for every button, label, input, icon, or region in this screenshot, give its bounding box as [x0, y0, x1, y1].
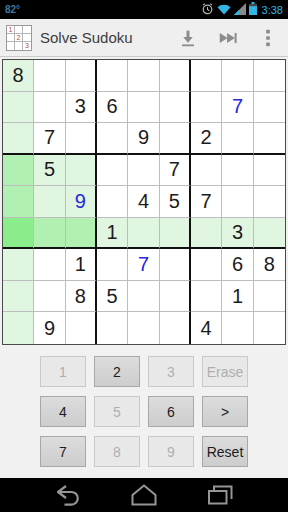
app-logo-icon: 1 2 3	[6, 25, 32, 51]
cell-r2c3[interactable]: 3	[66, 92, 97, 124]
cell-r8c5[interactable]	[128, 281, 159, 313]
recents-icon[interactable]	[205, 483, 235, 507]
keypad-button-7[interactable]: 7	[40, 436, 86, 467]
temperature-readout: 82°	[5, 4, 20, 15]
home-icon[interactable]	[129, 483, 159, 507]
cell-r8c8[interactable]: 1	[222, 281, 253, 313]
cell-r1c3[interactable]	[66, 60, 97, 92]
keypad-button-8: 8	[94, 436, 140, 467]
cell-r2c4[interactable]: 6	[97, 92, 128, 124]
cell-r6c3[interactable]	[66, 218, 97, 250]
logo-digit: 1	[7, 26, 15, 34]
cell-r4c7[interactable]	[191, 155, 222, 187]
cell-r9c9[interactable]	[254, 312, 285, 344]
cell-r2c5[interactable]	[128, 92, 159, 124]
cell-r4c9[interactable]	[254, 155, 285, 187]
keypad-button-4[interactable]: 4	[40, 396, 86, 427]
sudoku-board: 836779257945713176885194	[2, 59, 286, 345]
logo-digit: 3	[23, 42, 31, 50]
cell-r9c3[interactable]	[66, 312, 97, 344]
cell-r8c6[interactable]	[160, 281, 191, 313]
cell-r7c4[interactable]	[97, 249, 128, 281]
clock: 3:38	[262, 4, 283, 16]
keypad-button-5: 5	[94, 396, 140, 427]
cell-r7c9[interactable]: 8	[254, 249, 285, 281]
cell-r1c1[interactable]: 8	[3, 60, 34, 92]
cell-r7c1[interactable]	[3, 249, 34, 281]
number-keypad: 123Erase456>789Reset	[0, 345, 288, 478]
cell-r4c8[interactable]	[222, 155, 253, 187]
cell-r8c1[interactable]	[3, 281, 34, 313]
cell-r3c8[interactable]	[222, 123, 253, 155]
cell-r5c9[interactable]	[254, 186, 285, 218]
cell-r5c8[interactable]	[222, 186, 253, 218]
cell-r1c4[interactable]	[97, 60, 128, 92]
cell-r6c8[interactable]: 3	[222, 218, 253, 250]
cell-r4c6[interactable]: 7	[160, 155, 191, 187]
logo-digit: 2	[15, 34, 23, 42]
cell-r8c9[interactable]	[254, 281, 285, 313]
download-icon[interactable]	[176, 26, 200, 50]
cell-r2c7[interactable]	[191, 92, 222, 124]
cell-r5c7[interactable]: 7	[191, 186, 222, 218]
overflow-menu-icon[interactable]	[256, 26, 280, 50]
cell-r6c1[interactable]	[3, 218, 34, 250]
cell-r5c2[interactable]	[34, 186, 65, 218]
cell-r6c9[interactable]	[254, 218, 285, 250]
cell-r8c3[interactable]: 8	[66, 281, 97, 313]
cell-r9c5[interactable]	[128, 312, 159, 344]
board-area: 836779257945713176885194	[0, 57, 288, 345]
cell-r5c5[interactable]: 4	[128, 186, 159, 218]
cell-r9c1[interactable]	[3, 312, 34, 344]
phone-screen: 82° 3:38 1 2 3 Solve S	[0, 0, 288, 512]
cell-r4c2[interactable]: 5	[34, 155, 65, 187]
cell-r7c6[interactable]	[160, 249, 191, 281]
cell-r8c2[interactable]	[34, 281, 65, 313]
cell-r3c5[interactable]: 9	[128, 123, 159, 155]
keypad-button-reset[interactable]: Reset	[202, 436, 248, 467]
alarm-icon	[201, 1, 214, 19]
cell-r3c2[interactable]: 7	[34, 123, 65, 155]
cell-r7c2[interactable]	[34, 249, 65, 281]
cell-r5c3[interactable]: 9	[66, 186, 97, 218]
cell-r5c4[interactable]	[97, 186, 128, 218]
keypad-button-erase: Erase	[202, 356, 248, 387]
cell-r9c2[interactable]: 9	[34, 312, 65, 344]
cell-r9c6[interactable]	[160, 312, 191, 344]
cell-r6c5[interactable]	[128, 218, 159, 250]
cell-r6c2[interactable]	[34, 218, 65, 250]
status-bar: 82° 3:38	[0, 0, 288, 19]
keypad-button-2[interactable]: 2	[94, 356, 140, 387]
cell-r2c2[interactable]	[34, 92, 65, 124]
cell-r8c4[interactable]: 5	[97, 281, 128, 313]
cell-r3c3[interactable]	[66, 123, 97, 155]
cell-r3c6[interactable]	[160, 123, 191, 155]
keypad-button-6[interactable]: 6	[148, 396, 194, 427]
cell-r2c1[interactable]	[3, 92, 34, 124]
cell-r7c8[interactable]: 6	[222, 249, 253, 281]
battery-icon	[249, 1, 257, 19]
signal-icon	[234, 1, 246, 19]
cell-r5c6[interactable]: 5	[160, 186, 191, 218]
cell-r4c1[interactable]	[3, 155, 34, 187]
cell-r4c5[interactable]	[128, 155, 159, 187]
app-bar: 1 2 3 Solve Sudoku	[0, 19, 288, 57]
cell-r1c9[interactable]	[254, 60, 285, 92]
cell-r9c8[interactable]	[222, 312, 253, 344]
keypad-button-9: 9	[148, 436, 194, 467]
keypad-button-1: 1	[40, 356, 86, 387]
cell-r1c5[interactable]	[128, 60, 159, 92]
cell-r3c1[interactable]	[3, 123, 34, 155]
android-nav-bar	[0, 478, 288, 512]
cell-r1c7[interactable]	[191, 60, 222, 92]
cell-r6c4[interactable]: 1	[97, 218, 128, 250]
cell-r7c7[interactable]	[191, 249, 222, 281]
cell-r7c5[interactable]: 7	[128, 249, 159, 281]
keypad-button-3: 3	[148, 356, 194, 387]
cell-r2c9[interactable]	[254, 92, 285, 124]
cell-r8c7[interactable]	[191, 281, 222, 313]
cell-r4c3[interactable]	[66, 155, 97, 187]
cell-r3c7[interactable]: 2	[191, 123, 222, 155]
cell-r6c6[interactable]	[160, 218, 191, 250]
cell-r1c6[interactable]	[160, 60, 191, 92]
cell-r2c6[interactable]	[160, 92, 191, 124]
keypad-button-next[interactable]: >	[202, 396, 248, 427]
cell-r1c2[interactable]	[34, 60, 65, 92]
cell-r2c8[interactable]: 7	[222, 92, 253, 124]
wifi-icon	[217, 1, 231, 19]
cell-r6c7[interactable]	[191, 218, 222, 250]
cell-r9c4[interactable]	[97, 312, 128, 344]
fast-forward-icon[interactable]	[216, 26, 240, 50]
cell-r7c3[interactable]: 1	[66, 249, 97, 281]
cell-r4c4[interactable]	[97, 155, 128, 187]
cell-r3c4[interactable]	[97, 123, 128, 155]
cell-r9c7[interactable]: 4	[191, 312, 222, 344]
page-title: Solve Sudoku	[40, 29, 133, 46]
cell-r1c8[interactable]	[222, 60, 253, 92]
cell-r3c9[interactable]	[254, 123, 285, 155]
back-icon[interactable]	[53, 483, 83, 507]
cell-r5c1[interactable]	[3, 186, 34, 218]
